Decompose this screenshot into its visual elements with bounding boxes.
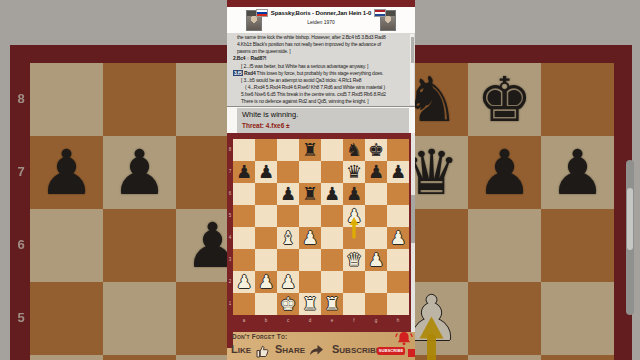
notation-lines: the same time kick the white bishop. How… xyxy=(232,34,407,106)
square-g7: ♟ xyxy=(365,161,387,183)
square-a5 xyxy=(233,205,255,227)
notation-line: ( 4...Rxd4 5.Rxd4 Rxd4 6.Rxe6! Kh8 7.Rd6… xyxy=(232,84,407,91)
square-b3 xyxy=(255,249,277,271)
board-scrollbar[interactable] xyxy=(411,133,416,332)
black-piece-f6: ♟ xyxy=(346,183,362,205)
move-text[interactable]: Rxd4 xyxy=(244,70,255,76)
white-piece-c1: ♚ xyxy=(280,293,296,315)
current-move-highlight[interactable]: 3.f5 xyxy=(233,70,243,76)
notation-line: 5.fxe6 Nxe6 6.d5 This break in the centr… xyxy=(232,91,407,98)
russia-flag-icon xyxy=(256,9,268,17)
file-label-a: a xyxy=(233,318,255,323)
move-text[interactable]: the same time kick the white bishop. How… xyxy=(237,34,386,40)
square-c7 xyxy=(277,161,299,183)
rank-label-1: 1 xyxy=(227,301,233,306)
notation-line: the same time kick the white bishop. How… xyxy=(232,34,407,41)
file-label-d: d xyxy=(299,318,321,323)
board-scrollbar-thumb[interactable] xyxy=(411,195,415,243)
video-column: Spassky,Boris - Donner,Jan Hein 1-0 Leid… xyxy=(227,0,415,360)
background-scrollbar-thumb[interactable] xyxy=(627,188,633,250)
square-f6: ♟ xyxy=(343,183,365,205)
square-f3: ♛ xyxy=(343,249,365,271)
notation-scrollbar-thumb[interactable] xyxy=(411,37,414,63)
notification-bell-icon[interactable] xyxy=(395,330,413,346)
panel-divider xyxy=(227,106,415,107)
square-e6: ♟ xyxy=(321,183,343,205)
rank-label-7: 7 xyxy=(227,169,233,174)
white-piece-f5: ♟ xyxy=(346,205,362,227)
square-d5 xyxy=(299,205,321,227)
square-e7 xyxy=(321,161,343,183)
square-f1 xyxy=(343,293,365,315)
rank-label-2: 2 xyxy=(227,279,233,284)
rank-label-8: 8 xyxy=(227,147,233,152)
white-piece-c4: ♝ xyxy=(280,227,296,249)
rank-label-6: 6 xyxy=(227,191,233,196)
evaluation-text: White is winning. xyxy=(242,110,298,119)
notation-line: [ 3...b5 would be an attempt to avoid Qa… xyxy=(232,77,407,84)
netherlands-flag-icon xyxy=(374,9,386,17)
share-label[interactable]: Share xyxy=(275,343,305,355)
footer-bar: Don't Forget To: Like Share Subscribe SU… xyxy=(227,332,415,360)
square-d8: ♜ xyxy=(299,139,321,161)
threat-text: Threat: 4.fxe6 ± xyxy=(242,122,290,129)
file-label-g: g xyxy=(365,318,387,323)
square-b6 xyxy=(255,183,277,205)
white-piece-c2: ♟ xyxy=(280,271,296,293)
black-piece-g8: ♚ xyxy=(368,139,384,161)
square-c4: ♝ xyxy=(277,227,299,249)
square-h8 xyxy=(387,139,409,161)
notation-line: [ 2...f5 was better, but White has a ser… xyxy=(232,63,407,70)
square-g8: ♚ xyxy=(365,139,387,161)
file-label-e: e xyxy=(321,318,343,323)
square-g3: ♟ xyxy=(365,249,387,271)
square-c8 xyxy=(277,139,299,161)
square-b7: ♟ xyxy=(255,161,277,183)
square-d3 xyxy=(299,249,321,271)
square-c3 xyxy=(277,249,299,271)
board-frame: ♜♞♚♟♟♛♟♟♟♜♟♟♟♝♟♟♛♟♟♟♟♚♜♜ 87654321 abcdef… xyxy=(227,133,415,332)
square-b2: ♟ xyxy=(255,271,277,293)
square-e8 xyxy=(321,139,343,161)
square-a7: ♟ xyxy=(233,161,255,183)
red-square-decoration xyxy=(408,349,415,357)
square-c2: ♟ xyxy=(277,271,299,293)
move-text[interactable]: There is no defence against Rd2 and Qd5,… xyxy=(241,98,368,104)
file-label-f: f xyxy=(343,318,365,323)
black-piece-b7: ♟ xyxy=(258,161,274,183)
rank-label-5: 5 xyxy=(227,213,233,218)
square-h4: ♟ xyxy=(387,227,409,249)
move-text[interactable]: [ 2...f5 was better, but White has a ser… xyxy=(241,63,368,69)
white-piece-d4: ♟ xyxy=(302,227,318,249)
share-arrow-icon[interactable] xyxy=(309,344,324,356)
square-f2 xyxy=(343,271,365,293)
square-f8: ♞ xyxy=(343,139,365,161)
square-d1: ♜ xyxy=(299,293,321,315)
black-piece-d6: ♜ xyxy=(302,183,318,205)
square-a2: ♟ xyxy=(233,271,255,293)
square-c1: ♚ xyxy=(277,293,299,315)
black-piece-f7: ♛ xyxy=(346,161,362,183)
white-piece-e1: ♜ xyxy=(324,293,340,315)
file-label-b: b xyxy=(255,318,277,323)
square-g1 xyxy=(365,293,387,315)
square-e5 xyxy=(321,205,343,227)
notation-line: pawns on the queenside. ] xyxy=(232,48,407,55)
move-text[interactable]: This loses by force, but probably by thi… xyxy=(255,70,383,76)
white-piece-a2: ♟ xyxy=(236,271,252,293)
square-f7: ♛ xyxy=(343,161,365,183)
white-piece-d1: ♜ xyxy=(302,293,318,315)
square-c5 xyxy=(277,205,299,227)
square-d4: ♟ xyxy=(299,227,321,249)
square-h2 xyxy=(387,271,409,293)
square-g5 xyxy=(365,205,387,227)
footer-prompt: Don't Forget To: xyxy=(232,333,287,340)
square-a1 xyxy=(233,293,255,315)
notation-line: 4.Kb1± Black's position has not really b… xyxy=(232,41,407,48)
square-h7: ♟ xyxy=(387,161,409,183)
square-e1: ♜ xyxy=(321,293,343,315)
square-d2 xyxy=(299,271,321,293)
notation-line: 3.f5 Rxd4 This loses by force, but proba… xyxy=(232,70,407,77)
white-piece-f3: ♛ xyxy=(346,249,362,271)
move-text[interactable]: 5.fxe6 Nxe6 6.d5 This break in the centr… xyxy=(241,91,386,97)
square-d7 xyxy=(299,161,321,183)
move-text[interactable]: 4.Kb1± Black's position has not really b… xyxy=(237,41,381,47)
square-b1 xyxy=(255,293,277,315)
evaluation-panel: White is winning. Threat: 4.fxe6 ± xyxy=(237,108,409,133)
black-piece-c6: ♟ xyxy=(280,183,296,205)
black-piece-d8: ♜ xyxy=(302,139,318,161)
square-b8 xyxy=(255,139,277,161)
square-f5: ♟ xyxy=(343,205,365,227)
square-a3 xyxy=(233,249,255,271)
square-c6: ♟ xyxy=(277,183,299,205)
move-text[interactable]: pawns on the queenside. ] xyxy=(237,48,290,54)
square-h6 xyxy=(387,183,409,205)
square-g6 xyxy=(365,183,387,205)
move-text[interactable]: 2.Bc4 ○ Rad8?! xyxy=(233,55,266,61)
black-piece-h7: ♟ xyxy=(390,161,406,183)
subscribe-button[interactable]: SUBSCRIBE xyxy=(377,347,405,355)
file-label-c: c xyxy=(277,318,299,323)
square-e4 xyxy=(321,227,343,249)
black-piece-g7: ♟ xyxy=(368,161,384,183)
thumbs-up-icon[interactable] xyxy=(256,345,271,358)
notation-line: There is no defence against Rd2 and Qd5,… xyxy=(232,98,407,105)
square-a8 xyxy=(233,139,255,161)
game-title: Spassky,Boris - Donner,Jan Hein 1-0 xyxy=(271,10,371,16)
rank-label-3: 3 xyxy=(227,257,233,262)
square-h5 xyxy=(387,205,409,227)
subscribe-label[interactable]: Subscribe xyxy=(332,343,381,355)
square-g2 xyxy=(365,271,387,293)
background-scrollbar[interactable] xyxy=(626,160,634,315)
notation-panel: the same time kick the white bishop. How… xyxy=(227,33,415,106)
notation-scrollbar[interactable] xyxy=(410,34,414,105)
square-h1 xyxy=(387,293,409,315)
move-text[interactable]: ( 4...Rxd4 5.Rxd4 Rxd4 6.Rxe6! Kh8 7.Rd6… xyxy=(245,84,385,90)
game-header: Spassky,Boris - Donner,Jan Hein 1-0 Leid… xyxy=(227,7,415,33)
square-b4 xyxy=(255,227,277,249)
white-piece-g3: ♟ xyxy=(368,249,384,271)
white-piece-h4: ♟ xyxy=(390,227,406,249)
square-b5 xyxy=(255,205,277,227)
black-piece-f8: ♞ xyxy=(346,139,362,161)
square-e3 xyxy=(321,249,343,271)
like-label[interactable]: Like xyxy=(231,343,251,355)
game-event: Leiden 1970 xyxy=(307,19,335,25)
square-d6: ♜ xyxy=(299,183,321,205)
board-grid: ♜♞♚♟♟♛♟♟♟♜♟♟♟♝♟♟♛♟♟♟♟♚♜♜ xyxy=(233,139,409,315)
move-text[interactable]: [ 3...b5 would be an attempt to avoid Qa… xyxy=(241,77,361,83)
notation-line: 2.Bc4 ○ Rad8?! xyxy=(232,55,407,62)
window-top-strip xyxy=(227,0,415,7)
black-piece-a7: ♟ xyxy=(236,161,252,183)
rank-label-4: 4 xyxy=(227,235,233,240)
square-f4 xyxy=(343,227,365,249)
black-piece-e6: ♟ xyxy=(324,183,340,205)
square-h3 xyxy=(387,249,409,271)
square-a6 xyxy=(233,183,255,205)
square-e2 xyxy=(321,271,343,293)
square-a4 xyxy=(233,227,255,249)
file-label-h: h xyxy=(387,318,409,323)
square-g4 xyxy=(365,227,387,249)
white-piece-b2: ♟ xyxy=(258,271,274,293)
video-frame: ♞♚♟♟♛♟♟♟♟ 8765 Spassky,Boris - Donner,Ja… xyxy=(0,0,640,360)
